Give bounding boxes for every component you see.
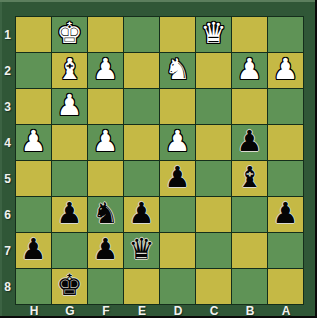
square-h5[interactable] [16,161,51,196]
rank-label-4: 4 [0,125,15,161]
square-a6[interactable]: ♟ [268,197,303,232]
square-h7[interactable]: ♟ [16,233,51,268]
square-c7[interactable] [196,233,231,268]
square-h4[interactable]: ♟ [16,125,51,160]
square-d8[interactable] [160,269,195,304]
black-pawn-d5[interactable]: ♟ [165,163,191,192]
black-pawn-f7[interactable]: ♟ [93,235,119,264]
square-b8[interactable] [232,269,267,304]
file-label-f: F [88,303,124,318]
square-b3[interactable] [232,89,267,124]
black-king-g8[interactable]: ♚ [57,271,83,300]
white-pawn-h4[interactable]: ♟ [21,127,47,156]
square-e1[interactable] [124,17,159,52]
file-label-b: B [232,303,268,318]
square-g7[interactable] [52,233,87,268]
square-b1[interactable] [232,17,267,52]
square-g5[interactable] [52,161,87,196]
rank-label-7: 7 [0,233,15,269]
square-c8[interactable] [196,269,231,304]
file-label-g: G [52,303,88,318]
square-h3[interactable] [16,89,51,124]
square-d3[interactable] [160,89,195,124]
square-h8[interactable] [16,269,51,304]
square-f5[interactable] [88,161,123,196]
square-d7[interactable] [160,233,195,268]
square-f2[interactable]: ♟ [88,53,123,88]
rank-labels: 12345678 [0,17,15,305]
square-e5[interactable] [124,161,159,196]
square-a1[interactable] [268,17,303,52]
square-b2[interactable]: ♟ [232,53,267,88]
white-pawn-b2[interactable]: ♟ [237,55,263,84]
square-a2[interactable]: ♟ [268,53,303,88]
black-pawn-h7[interactable]: ♟ [21,235,47,264]
white-pawn-f4[interactable]: ♟ [93,127,119,156]
square-f8[interactable] [88,269,123,304]
rank-label-3: 3 [0,89,15,125]
white-pawn-g3[interactable]: ♟ [57,91,83,120]
square-c6[interactable] [196,197,231,232]
chess-diagram: 12345678 ♚♛♝♟♞♟♟♟♟♟♟♟♟♝♟♞♟♟♟♟♛♚ HGFEDCBA [0,0,319,320]
square-b4[interactable]: ♟ [232,125,267,160]
black-queen-e7[interactable]: ♛ [129,235,155,264]
file-label-e: E [124,303,160,318]
square-d2[interactable]: ♞ [160,53,195,88]
rank-label-6: 6 [0,197,15,233]
chess-board[interactable]: ♚♛♝♟♞♟♟♟♟♟♟♟♟♝♟♞♟♟♟♟♛♚ [15,16,304,305]
file-label-d: D [160,303,196,318]
square-e3[interactable] [124,89,159,124]
square-g1[interactable]: ♚ [52,17,87,52]
white-bishop-g2[interactable]: ♝ [57,55,83,84]
square-c2[interactable] [196,53,231,88]
white-king-g1[interactable]: ♚ [57,19,83,48]
square-c4[interactable] [196,125,231,160]
square-e7[interactable]: ♛ [124,233,159,268]
square-b7[interactable] [232,233,267,268]
rank-label-5: 5 [0,161,15,197]
square-d6[interactable] [160,197,195,232]
white-queen-c1[interactable]: ♛ [201,19,227,48]
black-pawn-a6[interactable]: ♟ [273,199,299,228]
square-f1[interactable] [88,17,123,52]
square-h2[interactable] [16,53,51,88]
square-g3[interactable]: ♟ [52,89,87,124]
file-label-c: C [196,303,232,318]
square-d5[interactable]: ♟ [160,161,195,196]
black-pawn-e6[interactable]: ♟ [129,199,155,228]
square-e4[interactable] [124,125,159,160]
square-f6[interactable]: ♞ [88,197,123,232]
square-a5[interactable] [268,161,303,196]
square-e6[interactable]: ♟ [124,197,159,232]
square-g8[interactable]: ♚ [52,269,87,304]
white-pawn-f2[interactable]: ♟ [93,55,119,84]
square-e2[interactable] [124,53,159,88]
square-h6[interactable] [16,197,51,232]
black-pawn-g6[interactable]: ♟ [57,199,83,228]
square-a8[interactable] [268,269,303,304]
square-e8[interactable] [124,269,159,304]
square-a7[interactable] [268,233,303,268]
rank-label-8: 8 [0,269,15,305]
rank-label-1: 1 [0,17,15,53]
black-bishop-b5[interactable]: ♝ [237,163,263,192]
white-pawn-d4[interactable]: ♟ [165,127,191,156]
square-d1[interactable] [160,17,195,52]
square-a3[interactable] [268,89,303,124]
square-f7[interactable]: ♟ [88,233,123,268]
square-f4[interactable]: ♟ [88,125,123,160]
square-b6[interactable] [232,197,267,232]
file-label-a: A [268,303,304,318]
square-g2[interactable]: ♝ [52,53,87,88]
black-pawn-b4[interactable]: ♟ [237,127,263,156]
white-pawn-a2[interactable]: ♟ [273,55,299,84]
black-knight-f6[interactable]: ♞ [93,199,119,228]
square-d4[interactable]: ♟ [160,125,195,160]
square-h1[interactable] [16,17,51,52]
rank-label-2: 2 [0,53,15,89]
square-c3[interactable] [196,89,231,124]
file-labels: HGFEDCBA [16,303,304,318]
square-b5[interactable]: ♝ [232,161,267,196]
square-a4[interactable] [268,125,303,160]
square-g6[interactable]: ♟ [52,197,87,232]
square-c1[interactable]: ♛ [196,17,231,52]
white-knight-d2[interactable]: ♞ [165,55,191,84]
square-f3[interactable] [88,89,123,124]
square-c5[interactable] [196,161,231,196]
square-g4[interactable] [52,125,87,160]
file-label-h: H [16,303,52,318]
